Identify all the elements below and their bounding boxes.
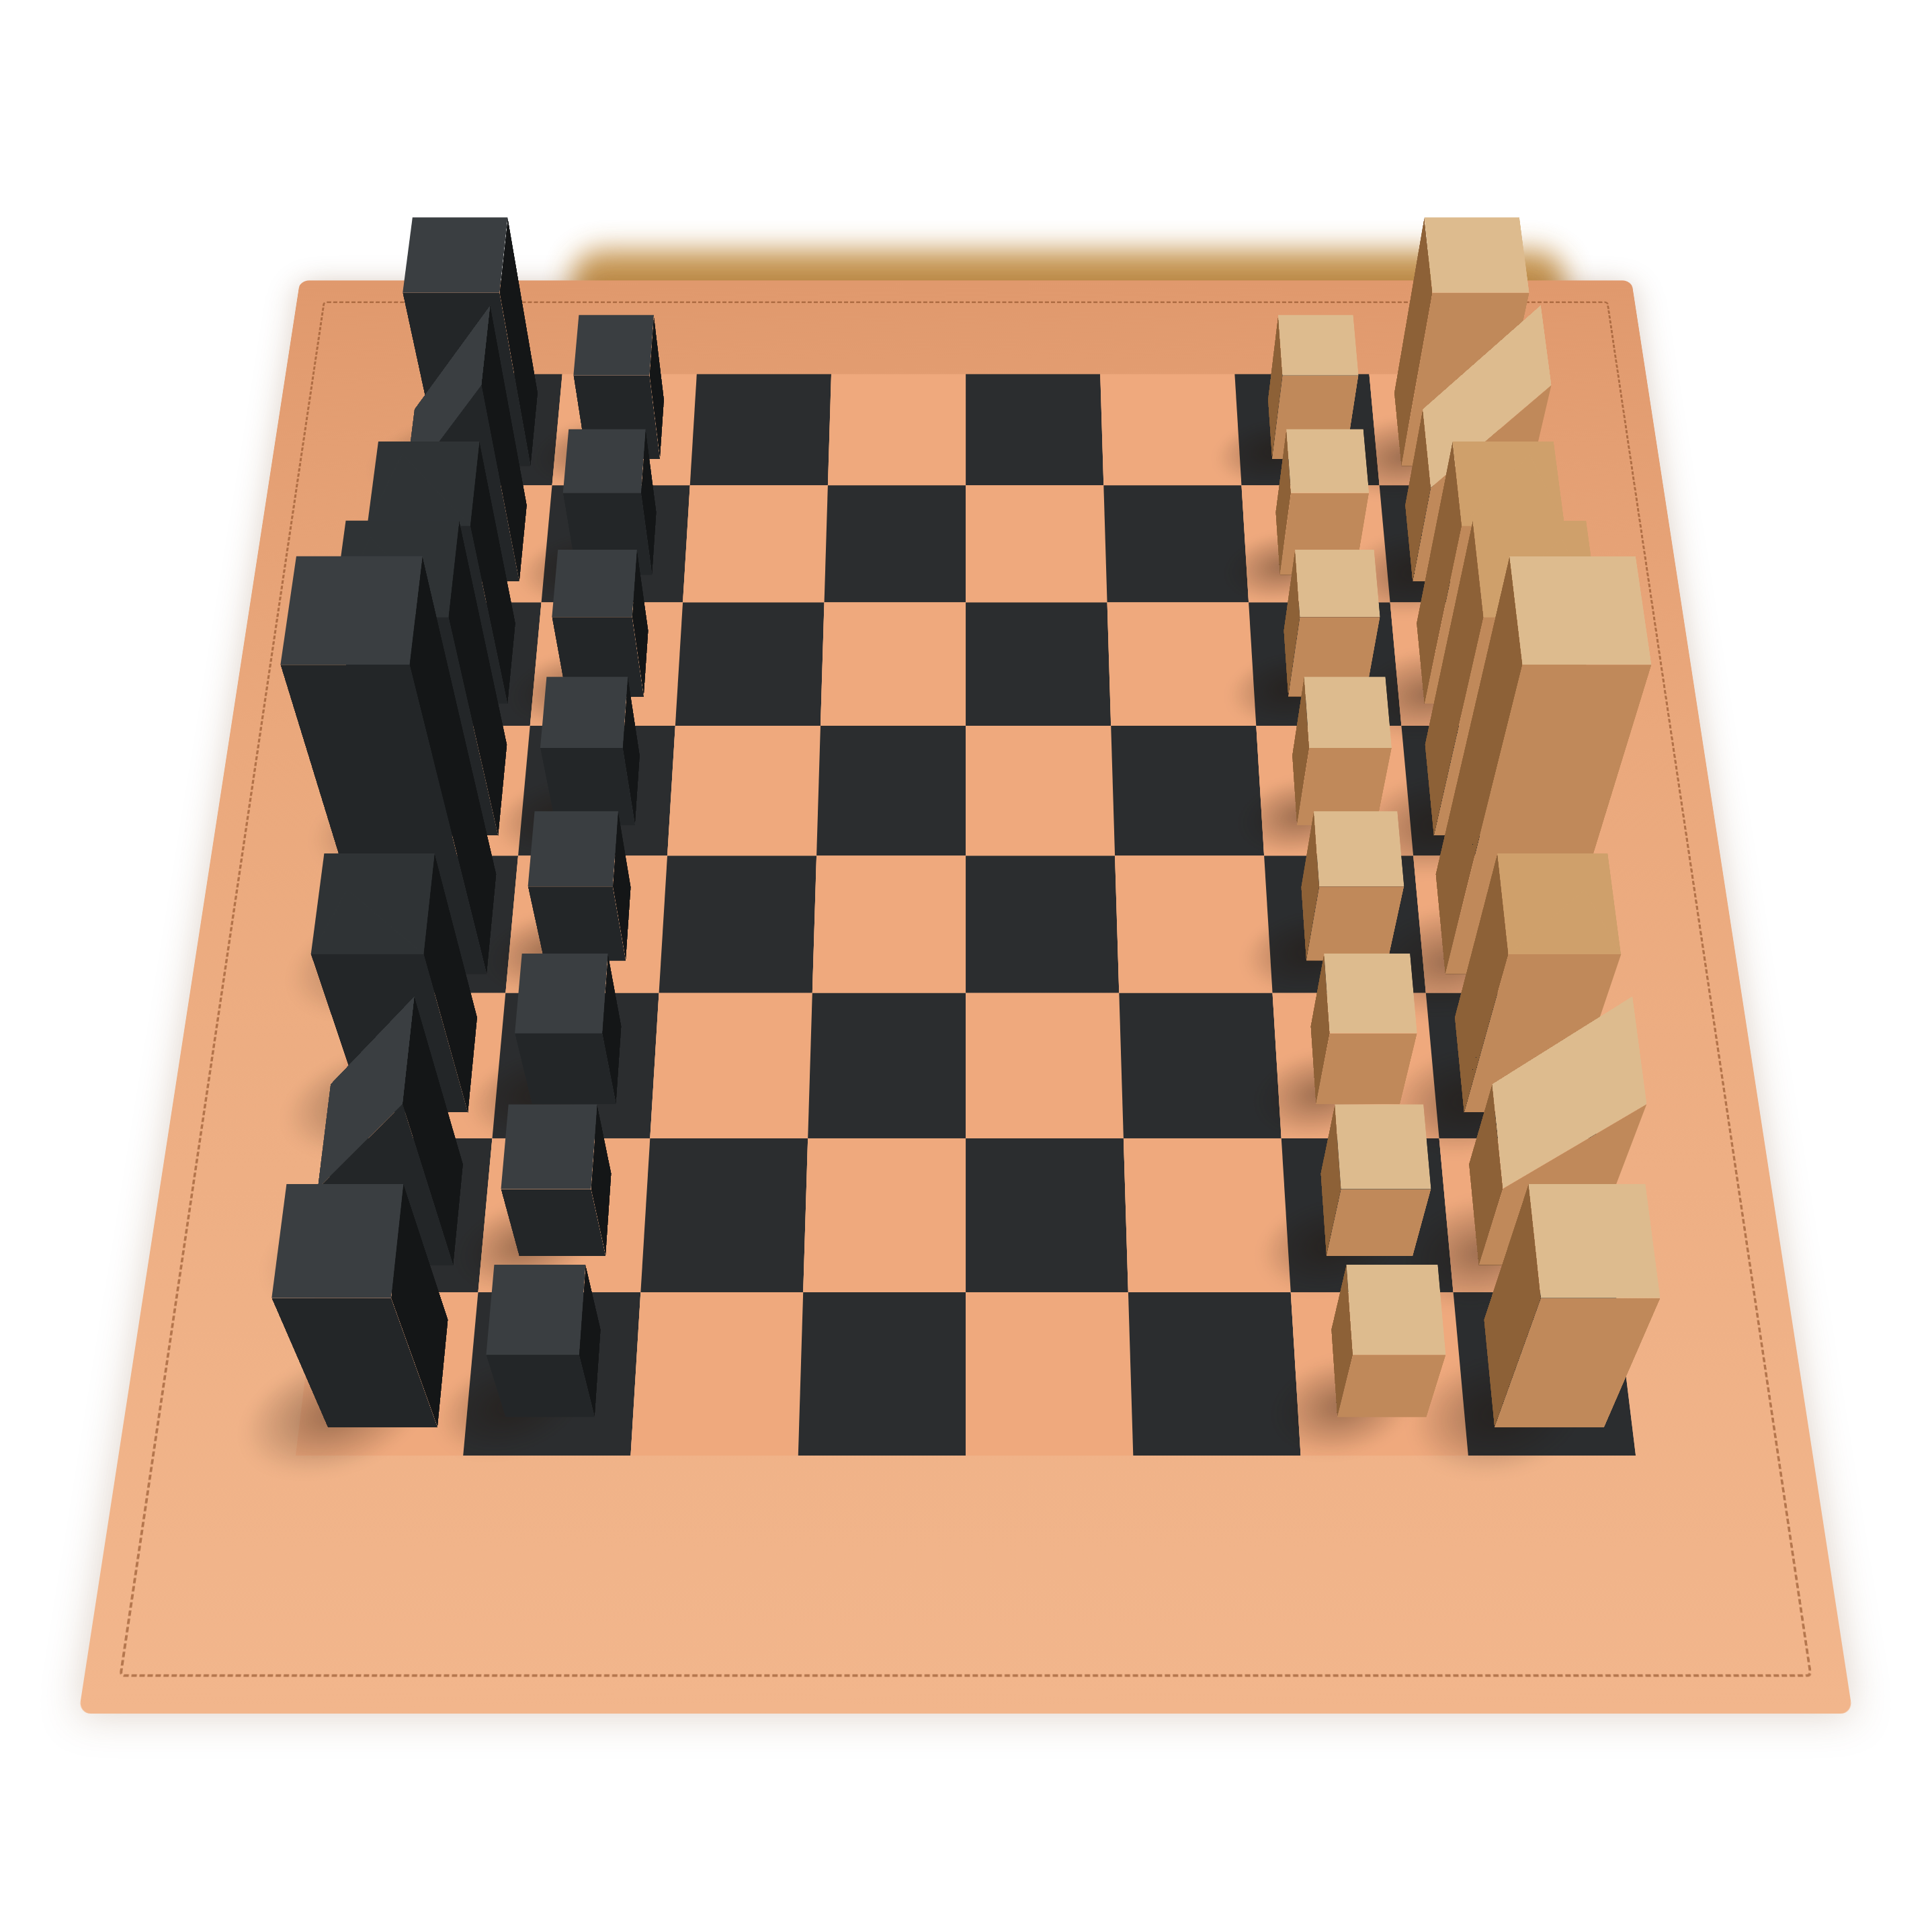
piece-face-top: [280, 556, 422, 664]
square-h6[interactable]: [630, 1292, 803, 1456]
square-f5[interactable]: [808, 993, 966, 1138]
piece-white-pawn-h2[interactable]: [1331, 1329, 1427, 1417]
leather-mat: [79, 280, 1853, 1714]
square-e5[interactable]: [812, 855, 966, 993]
piece-black-pawn-h7[interactable]: [505, 1329, 601, 1417]
piece-face-top: [552, 550, 637, 617]
piece-white-pawn-e2[interactable]: [1301, 887, 1388, 961]
square-a3[interactable]: [1100, 374, 1241, 486]
square-a6[interactable]: [690, 374, 831, 486]
piece-face-top: [1346, 1265, 1445, 1355]
square-c5[interactable]: [821, 602, 966, 725]
piece-face-top: [1304, 677, 1391, 748]
piece-face-front: [1326, 1189, 1431, 1255]
square-f6[interactable]: [650, 993, 812, 1138]
square-g5[interactable]: [803, 1138, 966, 1292]
photo-scene: [0, 0, 1932, 1932]
piece-face-top: [1286, 429, 1369, 493]
piece-face-top: [1335, 1104, 1431, 1189]
piece-face-top: [562, 429, 645, 493]
square-d4[interactable]: [966, 726, 1115, 855]
piece-face-top: [1424, 217, 1529, 292]
square-f3[interactable]: [1119, 993, 1281, 1138]
square-e3[interactable]: [1115, 855, 1272, 993]
square-h3[interactable]: [1128, 1292, 1301, 1456]
piece-face-top: [573, 314, 654, 375]
square-e4[interactable]: [966, 855, 1119, 993]
square-c3[interactable]: [1107, 602, 1257, 725]
square-g4[interactable]: [966, 1138, 1128, 1292]
piece-face-top: [1314, 811, 1404, 886]
square-b4[interactable]: [966, 485, 1107, 602]
square-f4[interactable]: [966, 993, 1124, 1138]
square-d3[interactable]: [1111, 726, 1264, 855]
piece-white-pawn-f2[interactable]: [1310, 1026, 1400, 1104]
piece-face-top: [528, 811, 618, 886]
piece-face-front: [528, 886, 626, 961]
piece-face-top: [1324, 953, 1417, 1033]
piece-face-front: [1337, 1355, 1445, 1417]
square-c6[interactable]: [675, 602, 825, 725]
square-e6[interactable]: [659, 855, 817, 993]
square-a5[interactable]: [828, 374, 966, 486]
piece-black-pawn-g7[interactable]: [519, 1173, 611, 1256]
piece-face-top: [501, 1104, 597, 1189]
piece-black-pawn-f7[interactable]: [532, 1026, 621, 1104]
square-d6[interactable]: [667, 726, 821, 855]
square-a4[interactable]: [966, 374, 1103, 486]
piece-face-front: [501, 1189, 605, 1255]
square-b3[interactable]: [1103, 485, 1249, 602]
square-d5[interactable]: [816, 726, 966, 855]
piece-face-top: [486, 1265, 585, 1355]
piece-face-top: [515, 953, 608, 1033]
piece-face-top: [403, 217, 507, 292]
piece-face-top: [1295, 550, 1380, 617]
square-h5[interactable]: [798, 1292, 966, 1456]
square-g6[interactable]: [640, 1138, 808, 1292]
piece-face-top: [540, 677, 628, 748]
piece-white-rook-h1[interactable]: [1484, 1319, 1604, 1427]
square-h4[interactable]: [966, 1292, 1133, 1456]
piece-face-front: [1306, 886, 1404, 961]
perspective-wrapper: [0, 0, 1932, 1932]
square-b6[interactable]: [683, 485, 828, 602]
square-c4[interactable]: [966, 602, 1111, 725]
piece-face-top: [1278, 314, 1359, 375]
piece-face-top: [271, 1183, 403, 1298]
square-g3[interactable]: [1124, 1138, 1291, 1292]
piece-face-front: [1316, 1033, 1417, 1103]
piece-face-top: [1528, 1183, 1660, 1298]
chess-board: [296, 374, 1636, 1456]
piece-face-front: [486, 1355, 595, 1417]
piece-white-pawn-g2[interactable]: [1320, 1173, 1413, 1256]
piece-black-rook-h8[interactable]: [327, 1319, 448, 1427]
square-b5[interactable]: [825, 485, 966, 602]
piece-black-pawn-e7[interactable]: [544, 887, 630, 961]
piece-face-top: [1509, 556, 1651, 664]
piece-face-front: [515, 1033, 616, 1103]
